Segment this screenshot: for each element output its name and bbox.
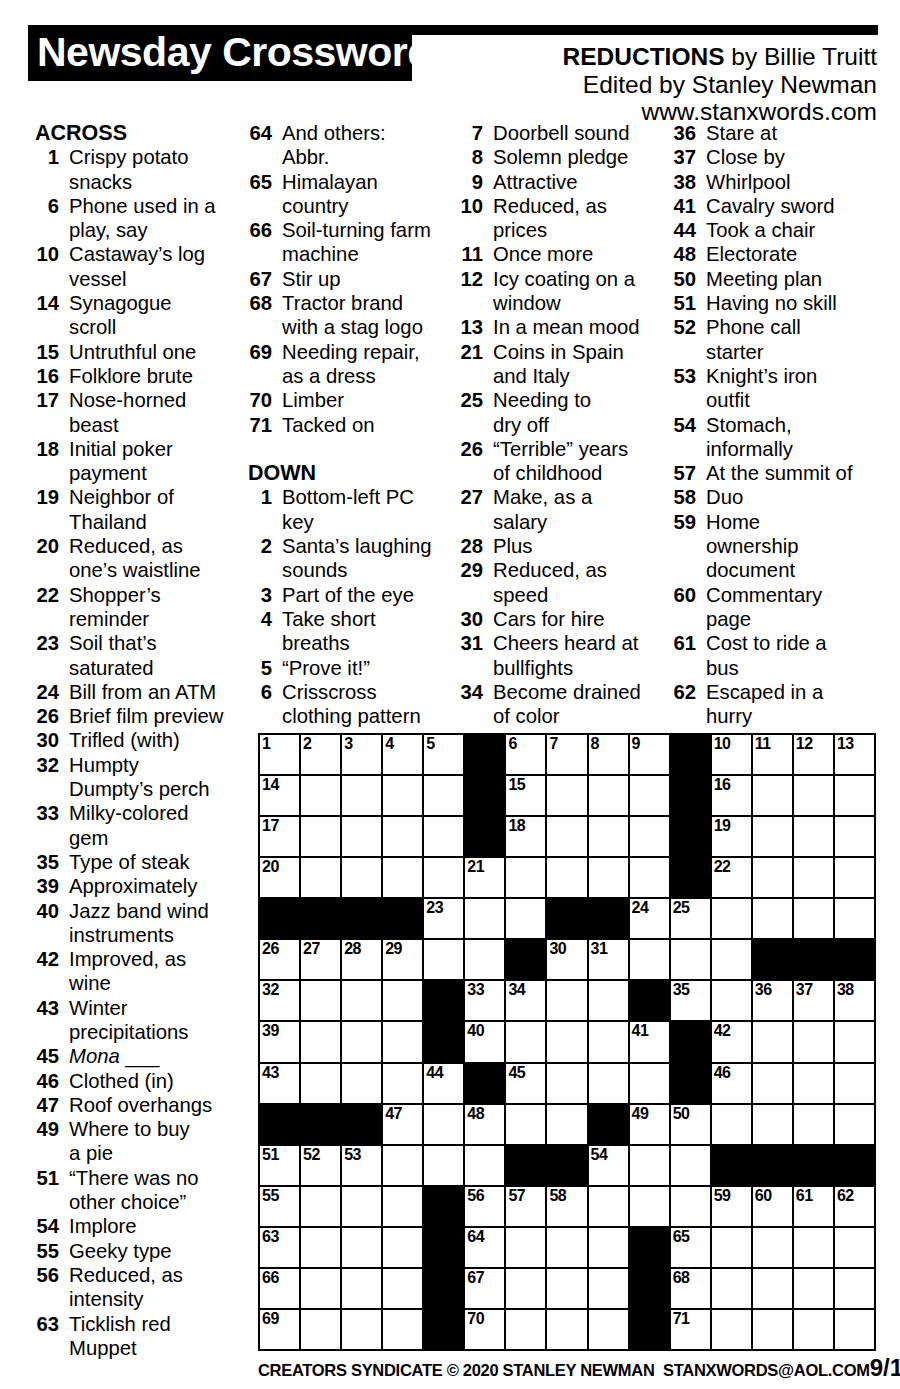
grid-cell[interactable] [383, 981, 422, 1020]
clue-line: 9Attractive [448, 170, 641, 194]
grid-cell[interactable] [301, 776, 340, 815]
grid-cell[interactable]: 41 [630, 1022, 669, 1061]
grid-cell[interactable] [465, 1146, 504, 1185]
clue-line: 59Home [661, 510, 853, 534]
clue-number: 49 [24, 1117, 59, 1141]
grid-cell[interactable] [794, 899, 833, 938]
grid-cell-black [630, 1310, 669, 1349]
grid-cell[interactable]: 17 [260, 817, 299, 856]
cell-number: 38 [837, 981, 854, 999]
clue-number: 53 [661, 364, 696, 388]
grid-cell[interactable]: 48 [465, 1105, 504, 1144]
grid-cell[interactable] [506, 1105, 545, 1144]
clue-line: Thailand [24, 510, 223, 534]
cell-number: 16 [714, 776, 731, 794]
clue-text: sounds [272, 558, 347, 582]
clue-number [448, 291, 483, 315]
grid-cell[interactable]: 34 [506, 981, 545, 1020]
grid-cell[interactable] [547, 1269, 586, 1308]
clue-text: bus [696, 656, 739, 680]
grid-cell[interactable] [835, 1105, 874, 1144]
grid-cell[interactable] [753, 776, 792, 815]
grid-cell[interactable] [753, 1228, 792, 1267]
clue-line: snacks [24, 170, 223, 194]
clue-line: 69Needing repair, [237, 340, 432, 364]
grid-cell[interactable] [589, 1022, 628, 1061]
clue-line: 22Shopper’s [24, 583, 223, 607]
grid-cell[interactable]: 24 [630, 899, 669, 938]
grid-cell[interactable]: 28 [342, 940, 381, 979]
grid-cell[interactable]: 65 [671, 1228, 710, 1267]
grid-cell[interactable]: 37 [794, 981, 833, 1020]
clue-text: Mona ___ [59, 1044, 159, 1068]
grid-cell-black [465, 735, 504, 774]
grid-cell-black [589, 899, 628, 938]
grid-cell[interactable] [671, 1146, 710, 1185]
grid-cell[interactable] [506, 858, 545, 897]
grid-cell[interactable] [301, 1064, 340, 1103]
clue-text: Milky-colored [59, 801, 188, 825]
grid-cell[interactable] [506, 1022, 545, 1061]
clue-text: Humpty [59, 753, 139, 777]
grid-cell[interactable]: 58 [547, 1187, 586, 1226]
clue-line: 1Crispy potato [24, 145, 223, 169]
grid-cell-black [712, 1146, 751, 1185]
grid-cell-black [506, 940, 545, 979]
grid-cell[interactable] [753, 1105, 792, 1144]
grid-cell[interactable] [383, 1310, 422, 1349]
grid-cell[interactable] [383, 776, 422, 815]
grid-cell[interactable] [589, 817, 628, 856]
grid-cell[interactable]: 22 [712, 858, 751, 897]
grid-cell[interactable] [506, 1269, 545, 1308]
grid-cell[interactable] [301, 858, 340, 897]
grid-cell[interactable]: 2 [301, 735, 340, 774]
grid-cell[interactable]: 69 [260, 1310, 299, 1349]
grid-cell[interactable]: 53 [342, 1146, 381, 1185]
clue-text: beast [59, 413, 119, 437]
grid-cell[interactable] [589, 1187, 628, 1226]
clue-number [237, 510, 272, 534]
grid-cell[interactable] [794, 776, 833, 815]
grid-cell[interactable] [712, 899, 751, 938]
cell-number: 61 [796, 1187, 813, 1205]
clue-number: 16 [24, 364, 59, 388]
grid-cell[interactable] [835, 1064, 874, 1103]
grid-cell[interactable]: 49 [630, 1105, 669, 1144]
grid-cell[interactable]: 4 [383, 735, 422, 774]
clue-number: 28 [448, 534, 483, 558]
clue-text: In a mean mood [483, 315, 640, 339]
clue-line: 6Crisscross [237, 680, 432, 704]
grid-cell[interactable] [630, 776, 669, 815]
grid-cell[interactable] [383, 1146, 422, 1185]
grid-cell[interactable] [589, 776, 628, 815]
grid-cell[interactable]: 54 [589, 1146, 628, 1185]
grid-cell[interactable] [630, 817, 669, 856]
grid-cell[interactable]: 25 [671, 899, 710, 938]
clue-line: 12Icy coating on a [448, 267, 641, 291]
grid-cell[interactable] [712, 940, 751, 979]
grid-cell[interactable] [506, 1310, 545, 1349]
grid-cell[interactable] [794, 1022, 833, 1061]
clue-number [661, 388, 696, 412]
grid-cell[interactable] [424, 940, 463, 979]
grid-cell[interactable]: 56 [465, 1187, 504, 1226]
cell-number: 71 [673, 1310, 690, 1328]
clue-text: Cost to ride a [696, 631, 827, 655]
grid-cell[interactable] [712, 981, 751, 1020]
clue-line: 49Where to buy [24, 1117, 223, 1141]
grid-cell[interactable]: 16 [712, 776, 751, 815]
grid-cell[interactable] [342, 1022, 381, 1061]
grid-cell[interactable]: 19 [712, 817, 751, 856]
grid-cell[interactable] [547, 981, 586, 1020]
grid-cell[interactable] [753, 1310, 792, 1349]
clue-line: 11Once more [448, 242, 641, 266]
grid-cell[interactable] [630, 940, 669, 979]
clue-line: 13In a mean mood [448, 315, 641, 339]
grid-cell[interactable]: 5 [424, 735, 463, 774]
clue-line: 53Knight’s iron [661, 364, 853, 388]
grid-cell[interactable] [424, 776, 463, 815]
clue-line: 8Solemn pledge [448, 145, 641, 169]
clue-number: 61 [661, 631, 696, 655]
clue-number: 48 [661, 242, 696, 266]
grid-cell[interactable]: 14 [260, 776, 299, 815]
clue-text: Stir up [272, 267, 341, 291]
grid-cell[interactable]: 7 [547, 735, 586, 774]
grid-cell[interactable]: 11 [753, 735, 792, 774]
clue-text: vessel [59, 267, 127, 291]
grid-cell[interactable]: 52 [301, 1146, 340, 1185]
clue-number [24, 1287, 59, 1311]
clue-number: 31 [448, 631, 483, 655]
grid-cell-black [753, 1146, 792, 1185]
clue-text: Dumpty’s perch [59, 777, 210, 801]
copyright-line: CREATORS SYNDICATE © 2020 STANLEY NEWMAN… [258, 1361, 870, 1380]
grid-cell[interactable] [712, 1105, 751, 1144]
clue-line: saturated [24, 656, 223, 680]
grid-cell[interactable]: 36 [753, 981, 792, 1020]
grid-cell[interactable]: 3 [342, 735, 381, 774]
grid-cell[interactable]: 30 [547, 940, 586, 979]
clue-text: payment [59, 461, 147, 485]
clue-line: machine [237, 242, 432, 266]
grid-cell[interactable] [712, 1310, 751, 1349]
cell-number: 64 [467, 1228, 484, 1246]
clue-line: country [237, 194, 432, 218]
grid-cell[interactable] [712, 1228, 751, 1267]
grid-cell[interactable]: 61 [794, 1187, 833, 1226]
grid-cell[interactable]: 39 [260, 1022, 299, 1061]
grid-cell[interactable] [547, 1105, 586, 1144]
grid-cell[interactable]: 31 [589, 940, 628, 979]
clue-line: 24Bill from an ATM [24, 680, 223, 704]
grid-cell[interactable]: 20 [260, 858, 299, 897]
grid-cell[interactable] [301, 1310, 340, 1349]
grid-cell[interactable] [301, 1228, 340, 1267]
grid-cell[interactable] [383, 1228, 422, 1267]
grid-cell[interactable] [301, 1022, 340, 1061]
grid-cell[interactable] [835, 899, 874, 938]
grid-cell[interactable]: 1 [260, 735, 299, 774]
clue-text: Home [696, 510, 760, 534]
grid-cell[interactable] [506, 1228, 545, 1267]
clue-number: 40 [24, 899, 59, 923]
grid-cell[interactable]: 64 [465, 1228, 504, 1267]
grid-cell[interactable]: 23 [424, 899, 463, 938]
clue-text: clothing pattern [272, 704, 421, 728]
cell-number: 65 [673, 1228, 690, 1246]
grid-cell-black [424, 981, 463, 1020]
grid-cell[interactable] [342, 1269, 381, 1308]
grid-cell[interactable]: 27 [301, 940, 340, 979]
grid-cell[interactable]: 21 [465, 858, 504, 897]
grid-cell-black [424, 1310, 463, 1349]
grid-cell[interactable] [753, 1269, 792, 1308]
clue-number: 5 [237, 656, 272, 680]
grid-cell[interactable]: 51 [260, 1146, 299, 1185]
grid-cell[interactable]: 47 [383, 1105, 422, 1144]
puzzle-editor: Edited by Stanley Newman [563, 71, 877, 99]
grid-cell[interactable] [794, 1064, 833, 1103]
grid-cell[interactable]: 67 [465, 1269, 504, 1308]
grid-cell[interactable]: 44 [424, 1064, 463, 1103]
grid-cell-black [424, 1269, 463, 1308]
clue-text: Crisscross [272, 680, 377, 704]
clue-line: 41Cavalry sword [661, 194, 853, 218]
grid-cell[interactable] [794, 1269, 833, 1308]
grid-cell[interactable] [424, 1146, 463, 1185]
clue-line: 32Humpty [24, 753, 223, 777]
clue-number: 45 [24, 1044, 59, 1068]
grid-cell[interactable]: 42 [712, 1022, 751, 1061]
grid-cell[interactable] [383, 858, 422, 897]
grid-cell[interactable] [383, 1187, 422, 1226]
grid-cell[interactable] [342, 1187, 381, 1226]
grid-cell[interactable] [589, 1064, 628, 1103]
grid-cell[interactable] [547, 1310, 586, 1349]
grid-cell[interactable] [671, 940, 710, 979]
grid-cell[interactable]: 35 [671, 981, 710, 1020]
grid-cell[interactable] [383, 1022, 422, 1061]
grid-cell[interactable]: 8 [589, 735, 628, 774]
grid-cell[interactable] [589, 1310, 628, 1349]
grid-cell-black [671, 1064, 710, 1103]
grid-cell[interactable]: 15 [506, 776, 545, 815]
grid-cell[interactable] [547, 1022, 586, 1061]
grid-cell[interactable]: 59 [712, 1187, 751, 1226]
grid-cell[interactable] [794, 817, 833, 856]
grid-cell[interactable] [794, 1105, 833, 1144]
cell-number: 7 [549, 735, 557, 753]
grid-cell[interactable]: 62 [835, 1187, 874, 1226]
grid-cell[interactable]: 32 [260, 981, 299, 1020]
grid-cell[interactable] [794, 1310, 833, 1349]
clue-text: Knight’s iron [696, 364, 817, 388]
grid-cell[interactable] [589, 981, 628, 1020]
grid-cell[interactable] [835, 1269, 874, 1308]
grid-cell[interactable]: 13 [835, 735, 874, 774]
grid-cell[interactable] [671, 1187, 710, 1226]
grid-cell[interactable] [794, 1228, 833, 1267]
grid-cell[interactable] [383, 1064, 422, 1103]
grid-cell[interactable] [630, 858, 669, 897]
cell-number: 54 [591, 1146, 608, 1164]
grid-cell[interactable]: 9 [630, 735, 669, 774]
grid-cell[interactable]: 60 [753, 1187, 792, 1226]
clue-line: 63Ticklish red [24, 1312, 223, 1336]
clue-line: 20Reduced, as [24, 534, 223, 558]
grid-cell[interactable]: 50 [671, 1105, 710, 1144]
grid-cell-black [547, 899, 586, 938]
grid-cell[interactable]: 70 [465, 1310, 504, 1349]
clue-number: 21 [448, 340, 483, 364]
clue-number [661, 704, 696, 728]
grid-cell[interactable] [383, 1269, 422, 1308]
grid-cell[interactable] [835, 817, 874, 856]
grid-cell[interactable] [630, 1187, 669, 1226]
grid-cell-black [342, 899, 381, 938]
clue-line: 6Phone used in a [24, 194, 223, 218]
grid-cell[interactable]: 10 [712, 735, 751, 774]
clue-text: country [272, 194, 349, 218]
clue-line: 39Approximately [24, 874, 223, 898]
clue-text: Needing to [483, 388, 591, 412]
grid-cell[interactable] [794, 858, 833, 897]
cell-number: 24 [632, 899, 649, 917]
grid-cell[interactable]: 18 [506, 817, 545, 856]
grid-cell[interactable] [424, 817, 463, 856]
grid-cell[interactable]: 12 [794, 735, 833, 774]
clue-text: intensity [59, 1287, 143, 1311]
clue-text: informally [696, 437, 793, 461]
grid-cell[interactable]: 57 [506, 1187, 545, 1226]
grid-cell[interactable] [506, 899, 545, 938]
clue-list-header: ACROSS [24, 121, 223, 145]
grid-cell[interactable]: 71 [671, 1310, 710, 1349]
grid-cell[interactable] [383, 817, 422, 856]
grid-cell[interactable]: 26 [260, 940, 299, 979]
clue-line: 45Mona ___ [24, 1044, 223, 1068]
clue-number: 13 [448, 315, 483, 339]
grid-cell[interactable] [835, 1022, 874, 1061]
grid-cell[interactable] [630, 1146, 669, 1185]
grid-cell[interactable] [547, 776, 586, 815]
grid-cell[interactable] [301, 817, 340, 856]
grid-cell[interactable] [301, 1187, 340, 1226]
grid-cell[interactable] [753, 1064, 792, 1103]
clue-text: Doorbell sound [483, 121, 629, 145]
clue-text: salary [483, 510, 547, 534]
grid-cell[interactable] [589, 858, 628, 897]
clue-text: machine [272, 242, 359, 266]
grid-cell[interactable] [630, 1064, 669, 1103]
clue-line: 54Implore [24, 1214, 223, 1238]
grid-cell[interactable] [342, 1228, 381, 1267]
grid-cell[interactable]: 46 [712, 1064, 751, 1103]
grid-cell[interactable] [301, 1269, 340, 1308]
grid-cell[interactable] [753, 817, 792, 856]
grid-cell[interactable]: 66 [260, 1269, 299, 1308]
grid-cell[interactable]: 38 [835, 981, 874, 1020]
grid-cell[interactable] [589, 1228, 628, 1267]
grid-cell[interactable]: 33 [465, 981, 504, 1020]
grid-cell[interactable]: 45 [506, 1064, 545, 1103]
clue-line: 44Took a chair [661, 218, 853, 242]
clue-text: Limber [272, 388, 344, 412]
grid-cell[interactable] [301, 981, 340, 1020]
clue-line: 52Phone call [661, 315, 853, 339]
grid-cell[interactable]: 29 [383, 940, 422, 979]
grid-cell[interactable]: 63 [260, 1228, 299, 1267]
grid-cell[interactable]: 40 [465, 1022, 504, 1061]
clue-text: Stomach, [696, 413, 792, 437]
grid-cell[interactable] [753, 858, 792, 897]
clue-text: breaths [272, 631, 350, 655]
grid-cell[interactable] [465, 940, 504, 979]
grid-cell[interactable] [342, 776, 381, 815]
grid-cell[interactable] [835, 1228, 874, 1267]
clue-line: clothing pattern [237, 704, 432, 728]
clue-number [24, 1190, 59, 1214]
clue-text: Geeky type [59, 1239, 172, 1263]
clue-number: 25 [448, 388, 483, 412]
grid-cell[interactable]: 55 [260, 1187, 299, 1226]
clue-text: Stare at [696, 121, 777, 145]
grid-cell[interactable] [342, 1310, 381, 1349]
clue-text: Approximately [59, 874, 198, 898]
grid-cell[interactable] [547, 1064, 586, 1103]
clue-line: Abbr. [237, 145, 432, 169]
clue-number: 34 [448, 680, 483, 704]
clue-text: Muppet [59, 1336, 137, 1360]
puzzle-title-line: REDUCTIONS by Billie Truitt [563, 43, 877, 71]
grid-cell[interactable] [589, 1269, 628, 1308]
grid-cell[interactable] [342, 981, 381, 1020]
cell-number: 60 [755, 1187, 772, 1205]
grid-cell[interactable] [342, 858, 381, 897]
grid-cell[interactable] [424, 1105, 463, 1144]
clue-text: dry off [483, 413, 549, 437]
clue-column-3: 7Doorbell sound8Solemn pledge9Attractive… [448, 121, 641, 728]
grid-cell[interactable] [753, 1022, 792, 1061]
cell-number: 1 [262, 735, 270, 753]
grid-cell[interactable] [835, 776, 874, 815]
grid-cell[interactable]: 43 [260, 1064, 299, 1103]
grid-cell[interactable] [712, 1269, 751, 1308]
clue-number: 39 [24, 874, 59, 898]
grid-cell[interactable] [342, 1064, 381, 1103]
grid-cell[interactable] [835, 1310, 874, 1349]
grid-cell[interactable] [342, 817, 381, 856]
grid-cell[interactable] [547, 858, 586, 897]
grid-cell[interactable] [753, 899, 792, 938]
grid-cell[interactable] [465, 899, 504, 938]
grid-cell[interactable] [547, 1228, 586, 1267]
grid-cell[interactable]: 68 [671, 1269, 710, 1308]
grid-cell[interactable]: 6 [506, 735, 545, 774]
grid-cell[interactable] [547, 817, 586, 856]
clue-line: 14Synagogue [24, 291, 223, 315]
clue-line: 18Initial poker [24, 437, 223, 461]
clue-number [661, 437, 696, 461]
clue-text: Untruthful one [59, 340, 196, 364]
clue-number [24, 607, 59, 631]
grid-cell[interactable] [424, 858, 463, 897]
grid-cell[interactable] [835, 858, 874, 897]
